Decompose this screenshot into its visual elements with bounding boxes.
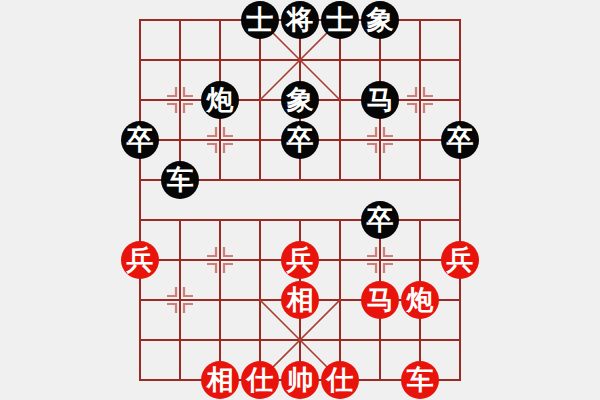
board-grid: 士将士象炮象马卒卒卒车卒兵兵兵相马炮相仕帅仕车 <box>120 0 480 400</box>
intersection[interactable]: 象 <box>280 80 320 120</box>
intersection[interactable] <box>160 40 200 80</box>
intersection[interactable] <box>120 200 160 240</box>
intersection[interactable] <box>120 0 160 40</box>
piece-black-cannon[interactable]: 炮 <box>201 81 239 119</box>
piece-black-advisor[interactable]: 士 <box>321 1 359 39</box>
intersection[interactable] <box>200 280 240 320</box>
piece-red-advisor[interactable]: 仕 <box>241 361 279 399</box>
intersection[interactable] <box>120 280 160 320</box>
piece-red-elephant[interactable]: 相 <box>201 361 239 399</box>
intersection[interactable] <box>320 40 360 80</box>
piece-black-horse[interactable]: 马 <box>361 81 399 119</box>
intersection[interactable] <box>280 40 320 80</box>
intersection[interactable]: 马 <box>360 80 400 120</box>
piece-red-king[interactable]: 帅 <box>281 361 319 399</box>
xiangqi-app: 士将士象炮象马卒卒卒车卒兵兵兵相马炮相仕帅仕车 <box>0 0 600 400</box>
intersection[interactable] <box>200 320 240 360</box>
intersection[interactable] <box>160 0 200 40</box>
intersection[interactable] <box>160 280 200 320</box>
piece-black-advisor[interactable]: 士 <box>241 1 279 39</box>
intersection[interactable] <box>200 160 240 200</box>
intersection[interactable] <box>320 80 360 120</box>
intersection[interactable] <box>120 40 160 80</box>
intersection[interactable]: 卒 <box>440 120 480 160</box>
intersection[interactable]: 帅 <box>280 360 320 400</box>
intersection[interactable] <box>200 200 240 240</box>
intersection[interactable] <box>280 320 320 360</box>
intersection[interactable] <box>400 320 440 360</box>
intersection[interactable] <box>400 120 440 160</box>
intersection[interactable] <box>320 320 360 360</box>
intersection[interactable] <box>120 160 160 200</box>
intersection[interactable]: 相 <box>280 280 320 320</box>
piece-red-chariot[interactable]: 车 <box>401 361 439 399</box>
piece-red-pawn[interactable]: 兵 <box>281 241 319 279</box>
intersection[interactable] <box>160 320 200 360</box>
piece-red-pawn[interactable]: 兵 <box>441 241 479 279</box>
intersection[interactable] <box>240 320 280 360</box>
intersection[interactable] <box>440 0 480 40</box>
intersection[interactable] <box>240 40 280 80</box>
intersection[interactable] <box>360 120 400 160</box>
intersection[interactable] <box>400 240 440 280</box>
intersection[interactable] <box>280 200 320 240</box>
intersection[interactable]: 仕 <box>240 360 280 400</box>
intersection[interactable]: 士 <box>320 0 360 40</box>
piece-black-pawn[interactable]: 卒 <box>281 121 319 159</box>
intersection[interactable] <box>120 360 160 400</box>
intersection[interactable] <box>440 360 480 400</box>
intersection[interactable] <box>400 200 440 240</box>
piece-black-pawn[interactable]: 卒 <box>361 201 399 239</box>
intersection[interactable] <box>440 200 480 240</box>
intersection[interactable] <box>200 120 240 160</box>
intersection[interactable] <box>440 40 480 80</box>
piece-black-elephant[interactable]: 象 <box>281 81 319 119</box>
intersection[interactable] <box>200 240 240 280</box>
intersection[interactable] <box>320 240 360 280</box>
piece-red-advisor[interactable]: 仕 <box>321 361 359 399</box>
intersection[interactable] <box>400 40 440 80</box>
piece-red-pawn[interactable]: 兵 <box>121 241 159 279</box>
intersection[interactable]: 车 <box>160 160 200 200</box>
intersection[interactable]: 象 <box>360 0 400 40</box>
intersection[interactable] <box>440 280 480 320</box>
intersection[interactable] <box>240 160 280 200</box>
intersection[interactable] <box>240 120 280 160</box>
intersection[interactable] <box>240 80 280 120</box>
intersection[interactable] <box>320 280 360 320</box>
piece-black-king[interactable]: 将 <box>281 1 319 39</box>
intersection[interactable]: 兵 <box>440 240 480 280</box>
intersection[interactable] <box>160 360 200 400</box>
intersection[interactable] <box>440 320 480 360</box>
intersection[interactable] <box>160 200 200 240</box>
intersection[interactable] <box>320 120 360 160</box>
intersection[interactable]: 兵 <box>280 240 320 280</box>
intersection[interactable] <box>440 80 480 120</box>
intersection[interactable]: 相 <box>200 360 240 400</box>
intersection[interactable] <box>200 0 240 40</box>
intersection[interactable] <box>160 240 200 280</box>
intersection[interactable] <box>280 160 320 200</box>
intersection[interactable]: 兵 <box>120 240 160 280</box>
intersection[interactable] <box>400 160 440 200</box>
intersection[interactable]: 仕 <box>320 360 360 400</box>
intersection[interactable] <box>320 200 360 240</box>
intersection[interactable] <box>200 40 240 80</box>
intersection[interactable] <box>360 320 400 360</box>
intersection[interactable] <box>240 280 280 320</box>
piece-black-chariot[interactable]: 车 <box>161 161 199 199</box>
intersection[interactable] <box>240 240 280 280</box>
intersection[interactable]: 将 <box>280 0 320 40</box>
piece-black-pawn[interactable]: 卒 <box>441 121 479 159</box>
intersection[interactable] <box>320 160 360 200</box>
intersection[interactable] <box>160 80 200 120</box>
piece-red-elephant[interactable]: 相 <box>281 281 319 319</box>
piece-black-pawn[interactable]: 卒 <box>121 121 159 159</box>
intersection[interactable] <box>240 200 280 240</box>
intersection[interactable]: 车 <box>400 360 440 400</box>
piece-red-cannon[interactable]: 炮 <box>401 281 439 319</box>
intersection[interactable] <box>360 240 400 280</box>
intersection[interactable]: 士 <box>240 0 280 40</box>
intersection[interactable] <box>160 120 200 160</box>
intersection[interactable] <box>400 80 440 120</box>
intersection[interactable] <box>360 360 400 400</box>
intersection[interactable]: 卒 <box>360 200 400 240</box>
intersection[interactable]: 炮 <box>400 280 440 320</box>
intersection[interactable] <box>360 40 400 80</box>
intersection[interactable]: 卒 <box>280 120 320 160</box>
intersection[interactable]: 炮 <box>200 80 240 120</box>
piece-red-horse[interactable]: 马 <box>361 281 399 319</box>
intersection[interactable]: 卒 <box>120 120 160 160</box>
intersection[interactable] <box>440 160 480 200</box>
intersection[interactable] <box>120 80 160 120</box>
intersection[interactable]: 马 <box>360 280 400 320</box>
intersection[interactable] <box>360 160 400 200</box>
intersection[interactable] <box>120 320 160 360</box>
intersection[interactable] <box>400 0 440 40</box>
piece-black-elephant[interactable]: 象 <box>361 1 399 39</box>
